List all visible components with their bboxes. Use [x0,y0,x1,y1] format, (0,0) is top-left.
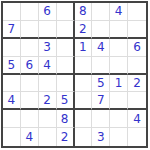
cell-r8c1[interactable] [3,128,21,146]
cell-r4c2-given[interactable]: 6 [21,57,39,75]
cell-r3c4[interactable] [57,39,75,57]
cell-r8c4-given[interactable]: 2 [57,128,75,146]
cell-r3c7[interactable] [110,39,128,57]
cell-r8c3[interactable] [39,128,57,146]
cell-r6c3-given[interactable]: 2 [39,92,57,110]
cell-r2c3[interactable] [39,21,57,39]
cell-r2c8[interactable] [128,21,146,39]
cell-r2c7[interactable] [110,21,128,39]
cell-r2c6[interactable] [92,21,110,39]
cell-r1c3-given[interactable]: 6 [39,3,57,21]
cell-r1c6[interactable] [92,3,110,21]
cell-r7c4-given[interactable]: 8 [57,110,75,128]
cell-r7c6[interactable] [92,110,110,128]
cell-r7c7[interactable] [110,110,128,128]
cell-r3c8-given[interactable]: 6 [128,39,146,57]
cell-r8c5[interactable] [75,128,93,146]
cell-r4c1-given[interactable]: 5 [3,57,21,75]
cell-r8c7[interactable] [110,128,128,146]
cell-r1c2[interactable] [21,3,39,21]
cell-r5c2[interactable] [21,75,39,93]
cell-r3c1[interactable] [3,39,21,57]
cell-r3c6-given[interactable]: 4 [92,39,110,57]
cell-r6c1-given[interactable]: 4 [3,92,21,110]
cell-r7c5[interactable] [75,110,93,128]
cell-r6c7[interactable] [110,92,128,110]
cell-r7c2[interactable] [21,110,39,128]
cell-r6c4-given[interactable]: 5 [57,92,75,110]
cell-r2c4[interactable] [57,21,75,39]
cell-r5c4[interactable] [57,75,75,93]
cell-r1c1[interactable] [3,3,21,21]
cell-r8c2-given[interactable]: 4 [21,128,39,146]
cell-r7c3[interactable] [39,110,57,128]
cell-r3c3-given[interactable]: 3 [39,39,57,57]
cell-r5c3[interactable] [39,75,57,93]
cell-r5c6-given[interactable]: 5 [92,75,110,93]
cell-r2c1-given[interactable]: 7 [3,21,21,39]
sudoku-app: 684723146564512425784423 [0,0,150,150]
cell-r4c4[interactable] [57,57,75,75]
cell-r5c7-given[interactable]: 1 [110,75,128,93]
cell-r1c8[interactable] [128,3,146,21]
cell-r3c5-given[interactable]: 1 [75,39,93,57]
sudoku-board: 684723146564512425784423 [1,1,148,148]
cell-r4c3-given[interactable]: 4 [39,57,57,75]
cell-r6c6-given[interactable]: 7 [92,92,110,110]
cell-r8c6-given[interactable]: 3 [92,128,110,146]
cell-r3c2[interactable] [21,39,39,57]
cell-r2c2[interactable] [21,21,39,39]
cell-r4c7[interactable] [110,57,128,75]
cell-r6c5[interactable] [75,92,93,110]
cell-r6c8[interactable] [128,92,146,110]
cell-r2c5-given[interactable]: 2 [75,21,93,39]
cell-r4c5[interactable] [75,57,93,75]
cell-r4c8[interactable] [128,57,146,75]
cell-r7c1[interactable] [3,110,21,128]
cell-r1c7-given[interactable]: 4 [110,3,128,21]
cell-r6c2[interactable] [21,92,39,110]
cell-r7c8-given[interactable]: 4 [128,110,146,128]
cell-r5c5[interactable] [75,75,93,93]
cell-r5c1[interactable] [3,75,21,93]
cell-r1c5-given[interactable]: 8 [75,3,93,21]
cell-r4c6[interactable] [92,57,110,75]
cell-r8c8[interactable] [128,128,146,146]
cell-r1c4[interactable] [57,3,75,21]
cell-r5c8-given[interactable]: 2 [128,75,146,93]
